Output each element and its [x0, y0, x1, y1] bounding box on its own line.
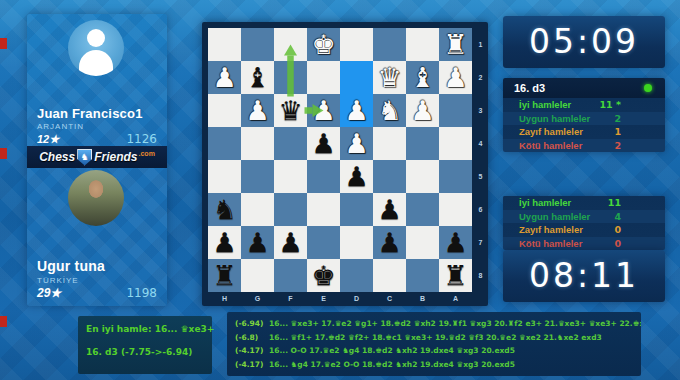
black-king-e8[interactable]: ♚ [311, 262, 335, 289]
white-rook-a1[interactable]: ♜ [443, 31, 467, 58]
analysis-line-3[interactable]: (-4.17)16... O-O 17.♛e2 ♞g4 18.♚d2 ♞xh2 … [235, 344, 641, 358]
square-e3[interactable]: ♟ [307, 94, 340, 127]
square-b5[interactable] [406, 160, 439, 193]
white-queen-c2[interactable]: ♛ [377, 64, 401, 91]
square-g2[interactable]: ♝ [241, 61, 274, 94]
stat-row-good: İyi hamleler11 * [503, 98, 665, 112]
square-a1[interactable]: ♜ [439, 28, 472, 61]
square-h8[interactable]: ♜ [208, 259, 241, 292]
square-d1[interactable] [340, 28, 373, 61]
square-b8[interactable] [406, 259, 439, 292]
square-e5[interactable] [307, 160, 340, 193]
analysis-lines-box: (-6.94)16... ♛xe3+ 17.♛e2 ♛g1+ 18.♚d2 ♛x… [227, 312, 641, 376]
stat-row-ok: Uygun hamleler4 [503, 210, 665, 224]
logo-shield-icon: ♞ [77, 149, 92, 166]
black-rook-h8[interactable]: ♜ [212, 262, 236, 289]
player-country-top: ARJANTIN [37, 122, 161, 131]
best-move-line: En iyi hamle: 16... ♛xe3+ [86, 324, 212, 334]
square-a8[interactable]: ♜ [439, 259, 472, 292]
square-a7[interactable]: ♟ [439, 226, 472, 259]
player-stars-bottom: 29★ [37, 286, 61, 300]
square-c5[interactable] [373, 160, 406, 193]
board-grid: ♚♜♟♝♛♝♟♟♛♟♟♞♟♟♟♟♞♟♟♟♟♟♟♜♚♜ [208, 28, 472, 292]
square-f5[interactable] [274, 160, 307, 193]
white-pawn-e3[interactable]: ♟ [311, 97, 335, 124]
chess-board-panel: ♚♜♟♝♛♝♟♟♛♟♟♞♟♟♟♟♞♟♟♟♟♟♟♜♚♜ HGFEDCBA 1234… [202, 22, 488, 306]
square-e1[interactable]: ♚ [307, 28, 340, 61]
stat-row-weak: Zayıf hamleler0 [503, 223, 665, 237]
black-pawn-g7[interactable]: ♟ [245, 229, 269, 256]
analysis-line-2[interactable]: (-6.8)16... ♛f1+ 17.♚d2 ♛f2+ 18.♚c1 ♛xe3… [235, 331, 641, 345]
black-pawn-d5[interactable]: ♟ [344, 163, 368, 190]
stat-row-ok: Uygun hamleler2 [503, 112, 665, 126]
square-h5[interactable] [208, 160, 241, 193]
rank-label-7: 7 [474, 226, 487, 259]
logo-text-friends: Friends [94, 150, 137, 164]
current-move-panel: 16. d3 İyi hamleler11 * Uygun hamleler2 … [503, 78, 665, 152]
square-b6[interactable] [406, 193, 439, 226]
file-label-A: A [439, 293, 472, 305]
square-f8[interactable] [274, 259, 307, 292]
current-move-label: 16. d3 [514, 82, 545, 94]
square-d8[interactable] [340, 259, 373, 292]
square-e7[interactable] [307, 226, 340, 259]
file-label-E: E [307, 293, 340, 305]
white-king-e1[interactable]: ♚ [311, 31, 335, 58]
square-f1[interactable] [274, 28, 307, 61]
square-b1[interactable] [406, 28, 439, 61]
white-pawn-g3[interactable]: ♟ [245, 97, 269, 124]
white-pawn-h2[interactable]: ♟ [212, 64, 236, 91]
played-move-eval: 16. d3 (-7.75->-6.94) [86, 347, 212, 357]
square-a2[interactable]: ♟ [439, 61, 472, 94]
stat-row-bad: Kötü hamleler2 [503, 139, 665, 153]
stats-bottom: İyi hamleler11 Uygun hamleler4 Zayıf ham… [503, 196, 665, 250]
square-c1[interactable] [373, 28, 406, 61]
file-label-H: H [208, 293, 241, 305]
rank-label-3: 3 [474, 94, 487, 127]
square-a5[interactable] [439, 160, 472, 193]
stat-row-weak: Zayıf hamleler1 [503, 125, 665, 139]
square-f7[interactable]: ♟ [274, 226, 307, 259]
square-c6[interactable]: ♟ [373, 193, 406, 226]
square-a4[interactable] [439, 127, 472, 160]
best-move-box: En iyi hamle: 16... ♛xe3+ 16. d3 (-7.75-… [78, 316, 212, 374]
rank-label-4: 4 [474, 127, 487, 160]
square-c3[interactable]: ♞ [373, 94, 406, 127]
white-pawn-d4[interactable]: ♟ [344, 130, 368, 157]
player-rating-top: 1126 [126, 132, 157, 146]
analysis-line-1[interactable]: (-6.94)16... ♛xe3+ 17.♛e2 ♛g1+ 18.♚d2 ♛x… [235, 317, 641, 331]
square-h6[interactable]: ♞ [208, 193, 241, 226]
square-e6[interactable] [307, 193, 340, 226]
square-h7[interactable]: ♟ [208, 226, 241, 259]
square-g5[interactable] [241, 160, 274, 193]
square-e4[interactable]: ♟ [307, 127, 340, 160]
player-country-bottom: TÜRKİYE [37, 276, 161, 285]
player-stars-top: 12★ [37, 133, 59, 146]
person-icon [79, 50, 113, 76]
file-label-F: F [274, 293, 307, 305]
clock-bottom: 08:11 [503, 250, 665, 302]
square-b2[interactable]: ♝ [406, 61, 439, 94]
rank-label-1: 1 [474, 28, 487, 61]
square-a3[interactable] [439, 94, 472, 127]
square-h1[interactable] [208, 28, 241, 61]
black-pawn-a7[interactable]: ♟ [443, 229, 467, 256]
square-g8[interactable] [241, 259, 274, 292]
black-pawn-f7[interactable]: ♟ [278, 229, 302, 256]
player-name-top[interactable]: Juan Francisco1 [37, 106, 161, 121]
stat-row-bad: Kötü hamleler0 [503, 237, 665, 251]
rank-label-6: 6 [474, 193, 487, 226]
black-rook-a8[interactable]: ♜ [443, 262, 467, 289]
file-label-G: G [241, 293, 274, 305]
rank-label-2: 2 [474, 61, 487, 94]
file-label-C: C [373, 293, 406, 305]
logo-text-com: .com [139, 150, 155, 157]
black-knight-h6[interactable]: ♞ [212, 196, 236, 223]
white-pawn-b3[interactable]: ♟ [410, 97, 434, 124]
square-b3[interactable]: ♟ [406, 94, 439, 127]
square-b7[interactable] [406, 226, 439, 259]
chessfriends-logo[interactable]: Chess ♞ Friends .com [27, 146, 167, 168]
square-d7[interactable] [340, 226, 373, 259]
square-c8[interactable] [373, 259, 406, 292]
avatar-top-player[interactable] [68, 20, 124, 76]
red-marker [0, 316, 7, 327]
square-e8[interactable]: ♚ [307, 259, 340, 292]
square-d2[interactable] [340, 61, 373, 94]
white-bishop-b2[interactable]: ♝ [410, 64, 434, 91]
knight-icon: ♞ [81, 153, 89, 162]
square-g6[interactable] [241, 193, 274, 226]
square-h2[interactable]: ♟ [208, 61, 241, 94]
black-pawn-c6[interactable]: ♟ [377, 196, 401, 223]
player-name-bottom[interactable]: Ugur tuna [37, 258, 161, 274]
file-label-D: D [340, 293, 373, 305]
black-queen-f3[interactable]: ♛ [278, 97, 302, 124]
player-rating-bottom: 1198 [126, 286, 157, 300]
status-dot [644, 84, 652, 92]
analysis-line-4[interactable]: (-4.17)16... ♞g4 17.♛e2 O-O 18.♚d2 ♞xh2 … [235, 358, 641, 372]
square-a6[interactable] [439, 193, 472, 226]
square-b4[interactable] [406, 127, 439, 160]
square-f4[interactable] [274, 127, 307, 160]
square-h4[interactable] [208, 127, 241, 160]
square-g3[interactable]: ♟ [241, 94, 274, 127]
square-d6[interactable] [340, 193, 373, 226]
square-e2[interactable] [307, 61, 340, 94]
current-move-header: 16. d3 [503, 78, 665, 98]
players-sidebar: Juan Francisco1 ARJANTIN 12★ 1126 Chess … [27, 14, 167, 306]
black-pawn-h7[interactable]: ♟ [212, 229, 236, 256]
black-pawn-e4[interactable]: ♟ [311, 130, 335, 157]
stat-row-good: İyi hamleler11 [503, 196, 665, 210]
red-marker [0, 148, 7, 159]
black-bishop-g2[interactable]: ♝ [245, 64, 269, 91]
white-pawn-a2[interactable]: ♟ [443, 64, 467, 91]
logo-text-chess: Chess [39, 150, 75, 164]
square-f3[interactable]: ♛ [274, 94, 307, 127]
square-g4[interactable] [241, 127, 274, 160]
rank-labels: 12345678 [474, 28, 487, 292]
file-label-B: B [406, 293, 439, 305]
white-pawn-d3[interactable]: ♟ [344, 97, 368, 124]
avatar-bottom-player[interactable] [68, 170, 124, 226]
square-c2[interactable]: ♛ [373, 61, 406, 94]
square-d4[interactable]: ♟ [340, 127, 373, 160]
square-h3[interactable] [208, 94, 241, 127]
black-pawn-c7[interactable]: ♟ [377, 229, 401, 256]
chessfriends-game-screen: Juan Francisco1 ARJANTIN 12★ 1126 Chess … [0, 0, 680, 380]
rank-label-5: 5 [474, 160, 487, 193]
rank-label-8: 8 [474, 259, 487, 292]
red-marker [0, 38, 7, 49]
square-g1[interactable] [241, 28, 274, 61]
square-c4[interactable] [373, 127, 406, 160]
square-c7[interactable]: ♟ [373, 226, 406, 259]
clock-top: 05:09 [503, 16, 665, 68]
stats-top: İyi hamleler11 * Uygun hamleler2 Zayıf h… [503, 98, 665, 152]
white-knight-c3[interactable]: ♞ [377, 97, 401, 124]
square-f2[interactable] [274, 61, 307, 94]
person-icon [87, 29, 105, 47]
square-f6[interactable] [274, 193, 307, 226]
square-g7[interactable]: ♟ [241, 226, 274, 259]
square-d5[interactable]: ♟ [340, 160, 373, 193]
square-d3[interactable]: ♟ [340, 94, 373, 127]
file-labels: HGFEDCBA [208, 293, 472, 305]
